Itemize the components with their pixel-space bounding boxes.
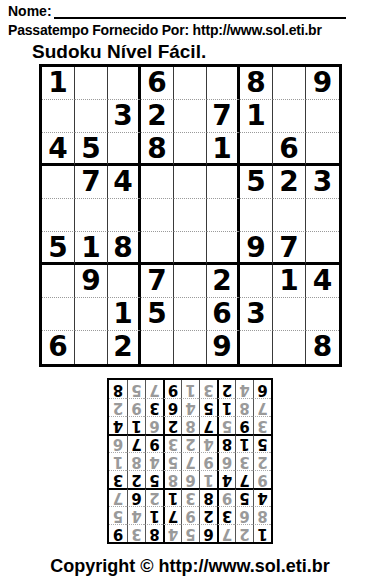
solution-cell-r2c6: 7 <box>163 506 181 524</box>
puzzle-cell-r4c4[interactable] <box>141 166 174 199</box>
solution-cell-r5c4: 9 <box>199 452 217 470</box>
puzzle-cell-r7c4: 7 <box>141 265 174 298</box>
puzzle-cell-r9c4[interactable] <box>141 331 174 364</box>
puzzle-cell-r4c7: 5 <box>240 166 273 199</box>
solution-cell-r7c6: 2 <box>163 416 181 434</box>
solution-cell-r2c8: 4 <box>127 506 145 524</box>
solution-cell-r4c3: 4 <box>217 470 235 488</box>
solution-cell-r9c7: 7 <box>145 380 163 398</box>
solution-cell-r7c7: 6 <box>145 416 163 434</box>
solution-cell-r9c9: 8 <box>109 380 127 398</box>
solution-cell-r9c1: 6 <box>253 380 271 398</box>
puzzle-cell-r3c5[interactable] <box>174 133 207 166</box>
name-row: Nome: <box>8 3 346 19</box>
puzzle-cell-r8c8[interactable] <box>273 298 306 331</box>
solution-cell-r5c9: 1 <box>109 452 127 470</box>
puzzle-cell-r6c5[interactable] <box>174 232 207 265</box>
solution-cell-r4c2: 7 <box>235 470 253 488</box>
solution-cell-r5c5: 7 <box>181 452 199 470</box>
puzzle-cell-r2c3: 3 <box>108 100 141 133</box>
solution-cell-r2c3: 3 <box>217 506 235 524</box>
puzzle-cell-r6c7: 9 <box>240 232 273 265</box>
solution-cell-r7c3: 5 <box>217 416 235 434</box>
puzzle-cell-r4c3: 4 <box>108 166 141 199</box>
puzzle-cell-r1c6[interactable] <box>207 67 240 100</box>
solution-cell-r3c9: 7 <box>109 488 127 506</box>
solution-cell-r8c2: 8 <box>235 398 253 416</box>
solution-cell-r7c9: 4 <box>109 416 127 434</box>
solution-cell-r8c6: 6 <box>163 398 181 416</box>
solution-cell-r1c4: 6 <box>199 524 217 542</box>
page-title: Sudoku Nível Fácil. <box>32 41 206 63</box>
solution-cell-r6c8: 7 <box>127 434 145 452</box>
solution-cell-r8c5: 4 <box>181 398 199 416</box>
puzzle-cell-r1c8[interactable] <box>273 67 306 100</box>
puzzle-cell-r5c5[interactable] <box>174 199 207 232</box>
solution-cell-r1c5: 5 <box>181 524 199 542</box>
puzzle-cell-r6c2: 1 <box>75 232 108 265</box>
solution-cell-r6c9: 6 <box>109 434 127 452</box>
solution-cell-r7c8: 1 <box>127 416 145 434</box>
puzzle-cell-r2c8[interactable] <box>273 100 306 133</box>
puzzle-cell-r5c2[interactable] <box>75 199 108 232</box>
puzzle-cell-r6c4[interactable] <box>141 232 174 265</box>
solution-cell-r2c4: 2 <box>199 506 217 524</box>
solution-cell-r7c5: 8 <box>181 416 199 434</box>
solution-cell-r8c9: 2 <box>109 398 127 416</box>
puzzle-cell-r8c5[interactable] <box>174 298 207 331</box>
solution-cell-r2c1: 8 <box>253 506 271 524</box>
puzzle-cell-r5c7[interactable] <box>240 199 273 232</box>
puzzle-cell-r5c1[interactable] <box>42 199 75 232</box>
puzzle-cell-r9c9: 8 <box>306 331 339 364</box>
solution-cell-r5c1: 2 <box>253 452 271 470</box>
solution-cell-r8c1: 7 <box>253 398 271 416</box>
solution-cell-r4c1: 9 <box>253 470 271 488</box>
solution-cell-r4c9: 3 <box>109 470 127 488</box>
puzzle-cell-r9c8[interactable] <box>273 331 306 364</box>
puzzle-cell-r7c3[interactable] <box>108 265 141 298</box>
puzzle-cell-r4c5[interactable] <box>174 166 207 199</box>
solution-cell-r6c7: 9 <box>145 434 163 452</box>
solution-cell-r4c7: 5 <box>145 470 163 488</box>
solution-cell-r1c8: 3 <box>127 524 145 542</box>
puzzle-cell-r1c4: 6 <box>141 67 174 100</box>
solution-cell-r3c5: 3 <box>181 488 199 506</box>
solution-cell-r8c8: 9 <box>127 398 145 416</box>
solution-cell-r5c7: 4 <box>145 452 163 470</box>
solution-cell-r3c8: 6 <box>127 488 145 506</box>
puzzle-cell-r2c7: 1 <box>240 100 273 133</box>
puzzle-cell-r3c4: 8 <box>141 133 174 166</box>
puzzle-cell-r3c8: 6 <box>273 133 306 166</box>
puzzle-cell-r3c9[interactable] <box>306 133 339 166</box>
solution-cell-r2c9: 5 <box>109 506 127 524</box>
solution-cell-r2c7: 1 <box>145 506 163 524</box>
copyright-text: Copyright © http://www.sol.eti.br <box>0 556 380 577</box>
solution-cell-r8c4: 5 <box>199 398 217 416</box>
puzzle-cell-r4c9: 3 <box>306 166 339 199</box>
puzzle-cell-r6c1: 5 <box>42 232 75 265</box>
puzzle-cell-r6c6[interactable] <box>207 232 240 265</box>
puzzle-cell-r8c4: 5 <box>141 298 174 331</box>
puzzle-cell-r1c9: 9 <box>306 67 339 100</box>
solution-cell-r7c1: 3 <box>253 416 271 434</box>
sudoku-puzzle-grid: 168932714581674523518979721415636298 <box>39 64 342 367</box>
puzzle-cell-r8c3: 1 <box>108 298 141 331</box>
puzzle-cell-r3c3[interactable] <box>108 133 141 166</box>
puzzle-cell-r3c6: 1 <box>207 133 240 166</box>
solution-cell-r4c5: 6 <box>181 470 199 488</box>
solution-cell-r6c2: 1 <box>235 434 253 452</box>
sudoku-worksheet-page: Nome: Passatempo Fornecido Por: http://w… <box>0 0 380 585</box>
solution-cell-r5c6: 5 <box>163 452 181 470</box>
solution-cell-r3c2: 5 <box>235 488 253 506</box>
solution-cell-r5c2: 3 <box>235 452 253 470</box>
puzzle-cell-r7c6: 2 <box>207 265 240 298</box>
solution-cell-r3c4: 8 <box>199 488 217 506</box>
solution-cell-r6c3: 8 <box>217 434 235 452</box>
solution-cell-r9c4: 3 <box>199 380 217 398</box>
solution-cell-r9c5: 1 <box>181 380 199 398</box>
solution-cell-r1c9: 9 <box>109 524 127 542</box>
solution-cell-r2c5: 9 <box>181 506 199 524</box>
puzzle-cell-r4c6[interactable] <box>207 166 240 199</box>
puzzle-cell-r7c5[interactable] <box>174 265 207 298</box>
puzzle-cell-r3c7[interactable] <box>240 133 273 166</box>
solution-cell-r6c1: 5 <box>253 434 271 452</box>
puzzle-cell-r5c8[interactable] <box>273 199 306 232</box>
puzzle-cell-r8c9[interactable] <box>306 298 339 331</box>
puzzle-cell-r6c8: 7 <box>273 232 306 265</box>
solution-cell-r5c8: 8 <box>127 452 145 470</box>
puzzle-cell-r4c2: 7 <box>75 166 108 199</box>
puzzle-cell-r1c5[interactable] <box>174 67 207 100</box>
puzzle-cell-r7c1[interactable] <box>42 265 75 298</box>
puzzle-cell-r2c9[interactable] <box>306 100 339 133</box>
solution-cell-r3c3: 9 <box>217 488 235 506</box>
solution-cell-r7c4: 7 <box>199 416 217 434</box>
provided-by-text: Passatempo Fornecido Por: http://www.sol… <box>8 22 322 38</box>
solution-cell-r1c7: 8 <box>145 524 163 542</box>
puzzle-cell-r5c6[interactable] <box>207 199 240 232</box>
puzzle-cell-r2c5[interactable] <box>174 100 207 133</box>
puzzle-cell-r2c4: 2 <box>141 100 174 133</box>
puzzle-cell-r7c8: 1 <box>273 265 306 298</box>
puzzle-cell-r6c3: 8 <box>108 232 141 265</box>
solution-cell-r9c8: 5 <box>127 380 145 398</box>
puzzle-cell-r1c7: 8 <box>240 67 273 100</box>
name-blank-line <box>54 4 346 19</box>
puzzle-cell-r7c2: 9 <box>75 265 108 298</box>
solution-cell-r6c5: 2 <box>181 434 199 452</box>
name-label: Nome: <box>8 3 52 19</box>
solution-cell-r9c3: 2 <box>217 380 235 398</box>
solution-cell-r2c2: 6 <box>235 506 253 524</box>
solution-cell-r3c1: 4 <box>253 488 271 506</box>
solution-cell-r3c7: 2 <box>145 488 163 506</box>
puzzle-cell-r5c9[interactable] <box>306 199 339 232</box>
solution-cell-r7c2: 9 <box>235 416 253 434</box>
sudoku-solution-grid-rotated: 1276548398632971454598312679741685232369… <box>107 378 273 544</box>
puzzle-cell-r2c6: 7 <box>207 100 240 133</box>
solution-cell-r5c3: 6 <box>217 452 235 470</box>
puzzle-cell-r5c3[interactable] <box>108 199 141 232</box>
solution-cell-r4c6: 8 <box>163 470 181 488</box>
solution-cell-r1c2: 2 <box>235 524 253 542</box>
solution-cell-r8c3: 1 <box>217 398 235 416</box>
solution-cell-r1c1: 1 <box>253 524 271 542</box>
puzzle-cell-r2c1[interactable] <box>42 100 75 133</box>
solution-cell-r6c6: 3 <box>163 434 181 452</box>
puzzle-cell-r3c1: 4 <box>42 133 75 166</box>
solution-cell-r1c3: 7 <box>217 524 235 542</box>
puzzle-cell-r8c2[interactable] <box>75 298 108 331</box>
puzzle-cell-r9c5[interactable] <box>174 331 207 364</box>
puzzle-cell-r1c3[interactable] <box>108 67 141 100</box>
puzzle-cell-r8c6: 6 <box>207 298 240 331</box>
puzzle-cell-r9c3: 2 <box>108 331 141 364</box>
puzzle-cell-r9c1: 6 <box>42 331 75 364</box>
solution-cell-r3c6: 1 <box>163 488 181 506</box>
solution-cell-r9c2: 4 <box>235 380 253 398</box>
puzzle-cell-r2c2[interactable] <box>75 100 108 133</box>
puzzle-cell-r6c9[interactable] <box>306 232 339 265</box>
solution-cell-r9c6: 9 <box>163 380 181 398</box>
puzzle-cell-r1c1: 1 <box>42 67 75 100</box>
solution-cell-r4c4: 1 <box>199 470 217 488</box>
puzzle-cell-r8c1[interactable] <box>42 298 75 331</box>
puzzle-cell-r1c2[interactable] <box>75 67 108 100</box>
puzzle-cell-r9c2[interactable] <box>75 331 108 364</box>
puzzle-cell-r5c4[interactable] <box>141 199 174 232</box>
puzzle-cell-r4c8: 2 <box>273 166 306 199</box>
solution-cell-r4c8: 2 <box>127 470 145 488</box>
puzzle-cell-r7c7[interactable] <box>240 265 273 298</box>
puzzle-cell-r8c7: 3 <box>240 298 273 331</box>
puzzle-cell-r7c9: 4 <box>306 265 339 298</box>
solution-cell-r1c6: 4 <box>163 524 181 542</box>
puzzle-cell-r4c1[interactable] <box>42 166 75 199</box>
puzzle-cell-r9c6: 9 <box>207 331 240 364</box>
puzzle-cell-r3c2: 5 <box>75 133 108 166</box>
solution-cell-r6c4: 4 <box>199 434 217 452</box>
solution-cell-r8c7: 3 <box>145 398 163 416</box>
puzzle-cell-r9c7[interactable] <box>240 331 273 364</box>
